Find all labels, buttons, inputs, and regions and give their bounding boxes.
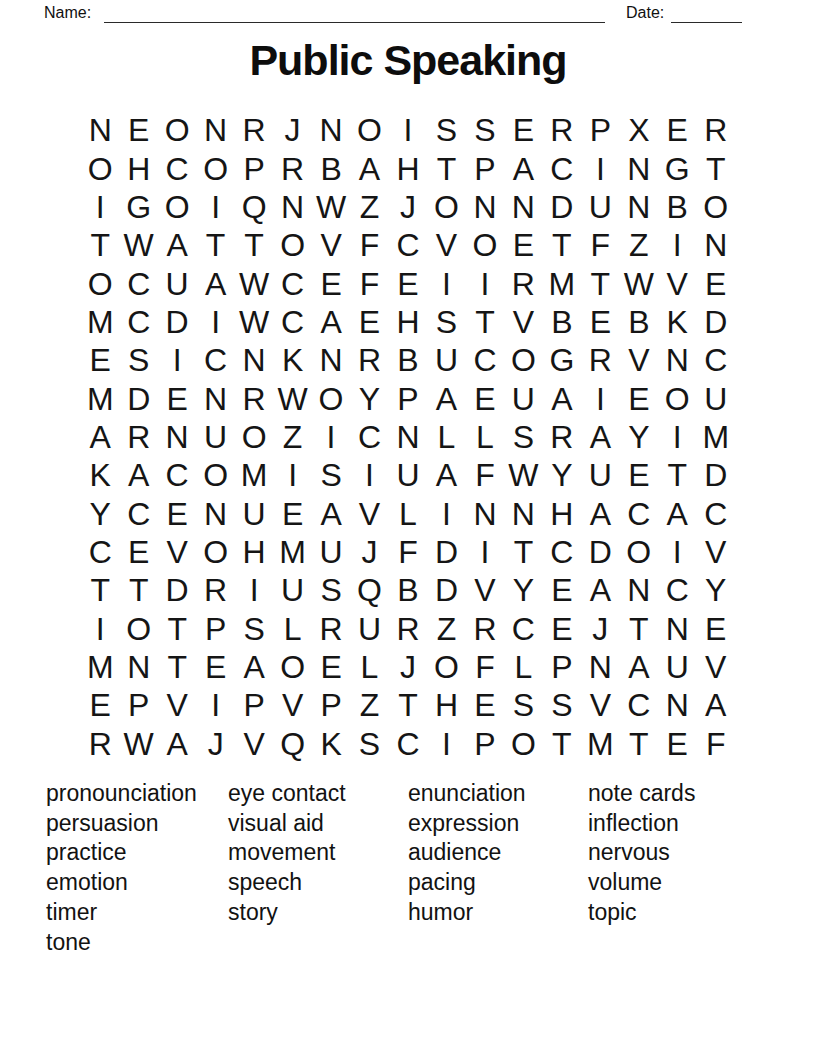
grid-cell[interactable]: S [427,111,465,149]
grid-cell[interactable]: I [235,571,273,609]
grid-cell[interactable]: N [158,418,196,456]
worksheet-page: Name: Date: Public Speaking NEONRJNOISSE… [0,0,816,1056]
grid-cell[interactable]: P [543,648,581,686]
grid-cell[interactable]: N [81,111,119,149]
grid-cell[interactable]: T [81,571,119,609]
grid-cell[interactable]: S [312,456,350,494]
grid-cell[interactable]: L [427,418,465,456]
grid-cell[interactable]: C [466,341,504,379]
grid-cell[interactable]: E [658,725,696,763]
grid-cell[interactable]: K [273,341,311,379]
grid-cell[interactable]: O [273,226,311,264]
grid-cell[interactable]: T [235,226,273,264]
grid-cell[interactable]: E [196,648,234,686]
grid-cell[interactable]: T [196,226,234,264]
grid-cell[interactable]: E [543,610,581,648]
grid-cell[interactable]: T [427,149,465,187]
grid-cell[interactable]: B [658,188,696,226]
grid-cell[interactable]: C [119,264,157,302]
grid-cell[interactable]: E [466,379,504,417]
grid-cell[interactable]: U [389,456,427,494]
grid-cell[interactable]: R [312,610,350,648]
grid-cell[interactable]: Z [620,226,658,264]
grid-cell[interactable]: T [389,686,427,724]
grid-cell[interactable]: D [581,533,619,571]
grid-cell[interactable]: N [466,188,504,226]
grid-cell[interactable]: D [158,571,196,609]
grid-cell[interactable]: F [581,226,619,264]
grid-cell[interactable]: R [350,341,388,379]
grid-cell[interactable]: R [543,111,581,149]
grid-cell[interactable]: J [350,533,388,571]
grid-cell[interactable]: W [119,725,157,763]
grid-cell[interactable]: Z [427,610,465,648]
grid-cell[interactable]: Z [273,418,311,456]
grid-cell[interactable]: B [389,341,427,379]
grid-cell[interactable]: R [119,418,157,456]
grid-cell[interactable]: S [504,418,542,456]
grid-cell[interactable]: Q [235,188,273,226]
grid-cell[interactable]: I [658,533,696,571]
grid-cell[interactable]: A [312,303,350,341]
grid-cell[interactable]: I [196,686,234,724]
grid-cell[interactable]: C [119,495,157,533]
grid-cell[interactable]: I [196,188,234,226]
grid-cell[interactable]: C [158,149,196,187]
grid-cell[interactable]: E [697,264,735,302]
grid-cell[interactable]: R [543,418,581,456]
grid-cell[interactable]: V [697,648,735,686]
grid-cell[interactable]: M [81,648,119,686]
grid-cell[interactable]: C [697,341,735,379]
grid-cell[interactable]: I [658,418,696,456]
grid-cell[interactable]: E [81,341,119,379]
grid-cell[interactable]: I [81,610,119,648]
grid-cell[interactable]: A [312,495,350,533]
grid-cell[interactable]: S [312,571,350,609]
grid-cell[interactable]: O [427,648,465,686]
grid-cell[interactable]: U [697,379,735,417]
grid-cell[interactable]: H [235,533,273,571]
grid-cell[interactable]: I [658,226,696,264]
grid-cell[interactable]: B [389,571,427,609]
grid-cell[interactable]: E [119,111,157,149]
grid-cell[interactable]: R [235,111,273,149]
grid-cell[interactable]: T [658,456,696,494]
grid-cell[interactable]: J [581,610,619,648]
word-list-item: visual aid [228,809,346,839]
grid-cell[interactable]: W [620,264,658,302]
grid-cell[interactable]: E [312,264,350,302]
grid-cell[interactable]: R [697,111,735,149]
grid-cell[interactable]: C [81,533,119,571]
grid-cell[interactable]: K [312,725,350,763]
grid-cell[interactable]: S [504,686,542,724]
grid-cell[interactable]: Q [350,571,388,609]
grid-cell[interactable]: X [620,111,658,149]
word-list-item: emotion [46,868,197,898]
grid-cell[interactable]: O [658,379,696,417]
grid-cell[interactable]: A [658,495,696,533]
grid-cell[interactable]: E [119,533,157,571]
grid-cell[interactable]: S [235,610,273,648]
grid-cell[interactable]: N [658,686,696,724]
grid-cell[interactable]: K [81,456,119,494]
grid-cell[interactable]: O [350,111,388,149]
grid-cell[interactable]: N [697,226,735,264]
grid-cell[interactable]: Y [504,571,542,609]
grid-cell[interactable]: C [620,495,658,533]
grid-cell[interactable]: P [466,149,504,187]
grid-cell[interactable]: M [543,264,581,302]
grid-cell[interactable]: P [389,379,427,417]
grid-cell[interactable]: E [620,456,658,494]
grid-cell[interactable]: S [350,725,388,763]
grid-cell[interactable]: T [504,533,542,571]
grid-cell[interactable]: P [235,149,273,187]
grid-cell[interactable]: S [543,686,581,724]
grid-cell[interactable]: H [543,495,581,533]
grid-cell[interactable]: T [158,648,196,686]
grid-cell[interactable]: C [119,303,157,341]
grid-cell[interactable]: Z [350,188,388,226]
grid-cell[interactable]: D [697,303,735,341]
grid-cell[interactable]: H [119,149,157,187]
grid-cell[interactable]: N [389,418,427,456]
grid-cell[interactable]: H [389,303,427,341]
grid-cell[interactable]: E [158,495,196,533]
grid-cell[interactable]: F [350,264,388,302]
grid-cell[interactable]: T [620,725,658,763]
grid-cell[interactable]: M [235,456,273,494]
grid-cell[interactable]: C [196,341,234,379]
grid-cell[interactable]: J [389,648,427,686]
grid-cell[interactable]: L [350,648,388,686]
grid-cell[interactable]: I [581,149,619,187]
grid-cell[interactable]: D [543,188,581,226]
grid-cell[interactable]: L [389,495,427,533]
grid-cell[interactable]: U [581,456,619,494]
grid-cell[interactable]: I [312,418,350,456]
grid-cell[interactable]: U [350,610,388,648]
grid-cell[interactable]: T [543,226,581,264]
grid-cell[interactable]: N [581,648,619,686]
grid-cell[interactable]: N [504,188,542,226]
grid-cell[interactable]: J [196,725,234,763]
grid-cell[interactable]: O [158,111,196,149]
grid-cell[interactable]: Y [543,456,581,494]
grid-cell[interactable]: I [350,456,388,494]
grid-cell[interactable]: I [427,495,465,533]
grid-cell[interactable]: V [658,264,696,302]
word-list-item: practice [46,838,197,868]
grid-cell[interactable]: U [312,533,350,571]
grid-cell[interactable]: U [196,418,234,456]
grid-cell[interactable]: I [273,456,311,494]
grid-cell[interactable]: D [119,379,157,417]
date-field-line[interactable] [671,5,742,23]
grid-cell[interactable]: O [158,188,196,226]
grid-cell[interactable]: F [697,725,735,763]
grid-cell[interactable]: P [581,111,619,149]
grid-cell[interactable]: R [81,725,119,763]
grid-cell[interactable]: E [158,379,196,417]
grid-cell[interactable]: Z [350,686,388,724]
grid-cell[interactable]: G [658,149,696,187]
grid-cell[interactable]: E [581,303,619,341]
grid-cell[interactable]: V [235,725,273,763]
grid-cell[interactable]: O [427,188,465,226]
grid-cell[interactable]: Y [350,379,388,417]
grid-cell[interactable]: Y [697,571,735,609]
grid-cell[interactable]: E [697,610,735,648]
grid-cell[interactable]: A [235,648,273,686]
word-list-column: pronounciationpersuasionpracticeemotiont… [46,779,197,957]
grid-cell[interactable]: A [581,571,619,609]
grid-cell[interactable]: C [658,571,696,609]
grid-cell[interactable]: J [389,188,427,226]
grid-cell[interactable]: A [427,456,465,494]
grid-cell[interactable]: T [581,264,619,302]
grid-cell[interactable]: O [235,418,273,456]
grid-cell[interactable]: V [350,495,388,533]
grid-cell[interactable]: A [81,418,119,456]
grid-cell[interactable]: F [389,533,427,571]
grid-cell[interactable]: W [235,303,273,341]
grid-cell[interactable]: I [427,264,465,302]
grid-cell[interactable]: R [273,149,311,187]
grid-cell[interactable]: N [620,188,658,226]
grid-cell[interactable]: F [466,648,504,686]
grid-cell[interactable]: M [581,725,619,763]
grid-cell[interactable]: M [81,303,119,341]
grid-cell[interactable]: I [427,725,465,763]
grid-cell[interactable]: A [350,149,388,187]
grid-cell[interactable]: N [235,341,273,379]
grid-cell[interactable]: E [81,686,119,724]
grid-cell[interactable]: B [543,303,581,341]
grid-cell[interactable]: E [466,686,504,724]
grid-cell[interactable]: N [273,188,311,226]
grid-cell[interactable]: H [427,686,465,724]
grid-cell[interactable]: W [312,188,350,226]
grid-cell[interactable]: T [543,725,581,763]
grid-cell[interactable]: J [273,111,311,149]
grid-cell[interactable]: O [196,533,234,571]
grid-cell[interactable]: A [158,725,196,763]
grid-cell[interactable]: M [697,418,735,456]
grid-cell[interactable]: E [543,571,581,609]
grid-cell[interactable]: P [196,610,234,648]
grid-cell[interactable]: O [119,610,157,648]
grid-cell[interactable]: W [273,379,311,417]
grid-cell[interactable]: G [543,341,581,379]
word-list-item: pronounciation [46,779,197,809]
grid-cell[interactable]: T [620,610,658,648]
grid-cell[interactable]: E [658,111,696,149]
grid-cell[interactable]: V [581,686,619,724]
grid-cell[interactable]: O [620,533,658,571]
grid-cell[interactable]: C [389,725,427,763]
grid-cell[interactable]: U [504,379,542,417]
grid-cell[interactable]: V [427,226,465,264]
grid-cell[interactable]: P [466,725,504,763]
grid-cell[interactable]: N [466,495,504,533]
grid-cell[interactable]: L [504,648,542,686]
grid-cell[interactable]: V [312,226,350,264]
grid-cell[interactable]: H [389,149,427,187]
grid-cell[interactable]: I [466,264,504,302]
grid-cell[interactable]: N [658,610,696,648]
puzzle-title: Public Speaking [0,36,816,85]
grid-cell[interactable]: A [620,648,658,686]
grid-cell[interactable]: C [350,418,388,456]
grid-cell[interactable]: T [119,571,157,609]
grid-cell[interactable]: I [581,379,619,417]
grid-cell[interactable]: N [312,111,350,149]
name-field-line[interactable] [104,5,605,23]
grid-cell[interactable]: U [158,264,196,302]
grid-cell[interactable]: O [196,149,234,187]
grid-cell[interactable]: D [427,571,465,609]
grid-cell[interactable]: O [504,725,542,763]
grid-cell[interactable]: N [504,495,542,533]
grid-cell[interactable]: C [504,610,542,648]
grid-cell[interactable]: N [196,495,234,533]
grid-cell[interactable]: I [389,111,427,149]
grid-cell[interactable]: A [427,379,465,417]
grid-cell[interactable]: E [504,111,542,149]
grid-cell[interactable]: O [504,341,542,379]
grid-cell[interactable]: N [196,379,234,417]
grid-cell[interactable]: I [81,188,119,226]
grid-cell[interactable]: V [158,686,196,724]
grid-cell[interactable]: G [119,188,157,226]
grid-cell[interactable]: N [620,571,658,609]
grid-cell[interactable]: E [504,226,542,264]
grid-cell[interactable]: C [389,226,427,264]
grid-cell[interactable]: Y [620,418,658,456]
grid-cell[interactable]: A [504,149,542,187]
grid-cell[interactable]: F [350,226,388,264]
grid-cell[interactable]: C [620,686,658,724]
grid-cell[interactable]: N [620,149,658,187]
grid-cell[interactable]: E [312,648,350,686]
grid-cell[interactable]: V [620,341,658,379]
grid-cell[interactable]: I [158,341,196,379]
grid-cell[interactable]: T [158,610,196,648]
grid-cell[interactable]: T [466,303,504,341]
grid-cell[interactable]: O [273,648,311,686]
grid-cell[interactable]: S [427,303,465,341]
grid-cell[interactable]: V [504,303,542,341]
grid-cell[interactable]: D [697,456,735,494]
grid-cell[interactable]: A [196,264,234,302]
grid-cell[interactable]: E [389,264,427,302]
grid-cell[interactable]: F [466,456,504,494]
grid-cell[interactable]: K [658,303,696,341]
grid-cell[interactable]: U [581,188,619,226]
grid-cell[interactable]: R [196,571,234,609]
grid-cell[interactable]: D [427,533,465,571]
grid-cell[interactable]: R [235,379,273,417]
grid-cell[interactable]: A [158,226,196,264]
grid-cell[interactable]: E [350,303,388,341]
grid-cell[interactable]: C [697,495,735,533]
grid-cell[interactable]: E [620,379,658,417]
word-list-column: eye contactvisual aidmovementspeechstory [228,779,346,928]
grid-cell[interactable]: N [658,341,696,379]
grid-cell[interactable]: U [273,571,311,609]
grid-cell[interactable]: V [158,533,196,571]
grid-cell[interactable]: C [273,264,311,302]
grid-cell[interactable]: P [312,686,350,724]
grid-cell[interactable]: T [81,226,119,264]
grid-cell[interactable]: S [466,111,504,149]
grid-cell[interactable]: W [235,264,273,302]
grid-cell[interactable]: M [81,379,119,417]
grid-cell[interactable]: S [119,341,157,379]
word-list-item: eye contact [228,779,346,809]
grid-cell[interactable]: N [312,341,350,379]
grid-cell[interactable]: R [466,610,504,648]
grid-cell[interactable]: P [119,686,157,724]
grid-cell[interactable]: A [697,686,735,724]
grid-cell[interactable]: N [196,111,234,149]
grid-cell[interactable]: M [273,533,311,571]
grid-cell[interactable]: P [235,686,273,724]
grid-cell[interactable]: L [466,418,504,456]
grid-cell[interactable]: U [658,648,696,686]
grid-cell[interactable]: V [273,686,311,724]
grid-cell[interactable]: C [543,149,581,187]
grid-cell[interactable]: Y [81,495,119,533]
grid-cell[interactable]: A [581,418,619,456]
grid-cell[interactable]: L [273,610,311,648]
grid-cell[interactable]: A [119,456,157,494]
grid-cell[interactable]: A [543,379,581,417]
grid-cell[interactable]: O [697,188,735,226]
grid-cell[interactable]: R [504,264,542,302]
grid-cell[interactable]: O [81,149,119,187]
grid-cell[interactable]: R [389,610,427,648]
grid-cell[interactable]: N [119,648,157,686]
grid-cell[interactable]: V [697,533,735,571]
grid-cell[interactable]: B [620,303,658,341]
grid-cell[interactable]: B [312,149,350,187]
grid-cell[interactable]: C [273,303,311,341]
grid-cell[interactable]: C [158,456,196,494]
grid-cell[interactable]: Q [273,725,311,763]
grid-cell[interactable]: W [504,456,542,494]
grid-cell[interactable]: W [119,226,157,264]
grid-cell[interactable]: D [158,303,196,341]
grid-cell[interactable]: A [581,495,619,533]
grid-cell[interactable]: O [81,264,119,302]
grid-cell[interactable]: U [235,495,273,533]
grid-cell[interactable]: C [543,533,581,571]
grid-cell[interactable]: U [427,341,465,379]
grid-cell[interactable]: T [697,149,735,187]
grid-cell[interactable]: E [273,495,311,533]
grid-cell[interactable]: I [196,303,234,341]
grid-cell[interactable]: O [466,226,504,264]
grid-cell[interactable]: O [196,456,234,494]
grid-cell[interactable]: O [312,379,350,417]
grid-cell[interactable]: V [466,571,504,609]
grid-cell[interactable]: R [581,341,619,379]
grid-cell[interactable]: I [466,533,504,571]
